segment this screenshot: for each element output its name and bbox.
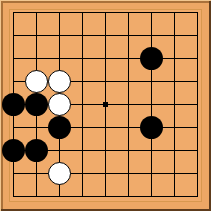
black-stone[interactable]: [2, 93, 25, 116]
go-board[interactable]: [0, 0, 211, 211]
white-stone[interactable]: [48, 162, 71, 185]
black-stone[interactable]: [25, 139, 48, 162]
hoshi-marker: [103, 102, 108, 107]
white-stone[interactable]: [48, 70, 71, 93]
white-stone[interactable]: [25, 70, 48, 93]
black-stone[interactable]: [2, 139, 25, 162]
white-stone[interactable]: [48, 93, 71, 116]
black-stone[interactable]: [140, 47, 163, 70]
black-stone[interactable]: [25, 93, 48, 116]
black-stone[interactable]: [48, 116, 71, 139]
black-stone[interactable]: [140, 116, 163, 139]
